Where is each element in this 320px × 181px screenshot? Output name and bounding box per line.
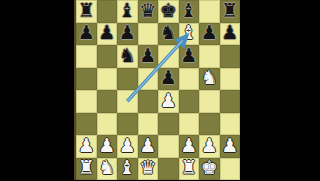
square-c1[interactable]: ♝ [117, 158, 138, 181]
square-g3[interactable] [199, 113, 220, 136]
square-a7[interactable]: ♟ [76, 23, 97, 46]
black-pawn[interactable]: ♟ [221, 23, 238, 42]
square-b1[interactable]: ♞ [97, 158, 118, 181]
square-h2[interactable]: ♟ [220, 135, 241, 158]
square-g2[interactable]: ♟ [199, 135, 220, 158]
square-h3[interactable] [220, 113, 241, 136]
black-pawn[interactable]: ♟ [119, 23, 136, 42]
black-pawn[interactable]: ♟ [98, 23, 115, 42]
black-pawn[interactable]: ♟ [180, 46, 197, 65]
square-a6[interactable] [76, 45, 97, 68]
square-e1[interactable] [158, 158, 179, 181]
square-b8[interactable] [97, 0, 118, 23]
square-d3[interactable] [138, 113, 159, 136]
letterbox-left [0, 0, 74, 180]
square-f8[interactable]: ♝ [179, 0, 200, 23]
black-pawn[interactable]: ♟ [160, 68, 177, 87]
white-pawn[interactable]: ♟ [201, 136, 218, 155]
square-d6[interactable]: ♟ [138, 45, 159, 68]
square-d4[interactable] [138, 90, 159, 113]
square-g6[interactable] [199, 45, 220, 68]
white-pawn[interactable]: ♟ [160, 91, 177, 110]
white-knight[interactable]: ♞ [98, 158, 115, 177]
square-b6[interactable] [97, 45, 118, 68]
square-a1[interactable]: ♜ [76, 158, 97, 181]
black-bishop[interactable]: ♝ [119, 1, 136, 20]
black-pawn[interactable]: ♟ [139, 46, 156, 65]
black-knight[interactable]: ♞ [119, 46, 136, 65]
square-h1[interactable] [220, 158, 241, 181]
square-e2[interactable] [158, 135, 179, 158]
square-g1[interactable]: ♚ [199, 158, 220, 181]
square-b3[interactable] [97, 113, 118, 136]
white-rook[interactable]: ♜ [78, 158, 95, 177]
square-f7[interactable]: ♝ [179, 23, 200, 46]
square-d2[interactable]: ♟ [138, 135, 159, 158]
square-e8[interactable]: ♚ [158, 0, 179, 23]
square-d1[interactable]: ♛ [138, 158, 159, 181]
black-king[interactable]: ♚ [160, 1, 177, 20]
black-rook[interactable]: ♜ [78, 1, 95, 20]
square-g7[interactable]: ♟ [199, 23, 220, 46]
letterbox-right [240, 0, 320, 180]
square-e3[interactable] [158, 113, 179, 136]
white-bishop[interactable]: ♝ [180, 23, 197, 42]
white-knight[interactable]: ♞ [201, 68, 218, 87]
square-h5[interactable] [220, 68, 241, 91]
black-queen[interactable]: ♛ [139, 1, 156, 20]
square-b5[interactable] [97, 68, 118, 91]
white-king[interactable]: ♚ [201, 158, 218, 177]
square-c4[interactable] [117, 90, 138, 113]
video-frame: ♜♝♛♚♝♜♟♟♟♞♝♟♟♞♟♟♟♞♟♟♟♟♟♟♟♟♜♞♝♛♜♚ [0, 0, 320, 180]
square-g8[interactable] [199, 0, 220, 23]
square-c6[interactable]: ♞ [117, 45, 138, 68]
black-knight[interactable]: ♞ [160, 23, 177, 42]
white-pawn[interactable]: ♟ [180, 136, 197, 155]
square-c5[interactable] [117, 68, 138, 91]
square-f5[interactable] [179, 68, 200, 91]
square-c2[interactable]: ♟ [117, 135, 138, 158]
white-pawn[interactable]: ♟ [78, 136, 95, 155]
white-bishop[interactable]: ♝ [119, 158, 136, 177]
square-f3[interactable] [179, 113, 200, 136]
square-e5[interactable]: ♟ [158, 68, 179, 91]
black-pawn[interactable]: ♟ [201, 23, 218, 42]
square-b2[interactable]: ♟ [97, 135, 118, 158]
white-queen[interactable]: ♛ [139, 158, 156, 177]
square-b7[interactable]: ♟ [97, 23, 118, 46]
square-f1[interactable]: ♜ [179, 158, 200, 181]
square-e4[interactable]: ♟ [158, 90, 179, 113]
square-a5[interactable] [76, 68, 97, 91]
square-f6[interactable]: ♟ [179, 45, 200, 68]
square-a4[interactable] [76, 90, 97, 113]
square-a3[interactable] [76, 113, 97, 136]
square-c7[interactable]: ♟ [117, 23, 138, 46]
square-d7[interactable] [138, 23, 159, 46]
square-a2[interactable]: ♟ [76, 135, 97, 158]
black-bishop[interactable]: ♝ [180, 1, 197, 20]
square-c8[interactable]: ♝ [117, 0, 138, 23]
square-d5[interactable] [138, 68, 159, 91]
chess-board[interactable]: ♜♝♛♚♝♜♟♟♟♞♝♟♟♞♟♟♟♞♟♟♟♟♟♟♟♟♜♞♝♛♜♚ [76, 0, 240, 180]
white-rook[interactable]: ♜ [180, 158, 197, 177]
white-pawn[interactable]: ♟ [119, 136, 136, 155]
black-pawn[interactable]: ♟ [78, 23, 95, 42]
square-c3[interactable] [117, 113, 138, 136]
white-pawn[interactable]: ♟ [139, 136, 156, 155]
square-h6[interactable] [220, 45, 241, 68]
square-h7[interactable]: ♟ [220, 23, 241, 46]
square-h8[interactable]: ♜ [220, 0, 241, 23]
board-area: ♜♝♛♚♝♜♟♟♟♞♝♟♟♞♟♟♟♞♟♟♟♟♟♟♟♟♜♞♝♛♜♚ [74, 0, 240, 180]
square-e6[interactable] [158, 45, 179, 68]
white-pawn[interactable]: ♟ [98, 136, 115, 155]
square-f4[interactable] [179, 90, 200, 113]
square-g5[interactable]: ♞ [199, 68, 220, 91]
black-rook[interactable]: ♜ [221, 1, 238, 20]
square-b4[interactable] [97, 90, 118, 113]
white-pawn[interactable]: ♟ [221, 136, 238, 155]
square-h4[interactable] [220, 90, 241, 113]
square-a8[interactable]: ♜ [76, 0, 97, 23]
square-d8[interactable]: ♛ [138, 0, 159, 23]
square-f2[interactable]: ♟ [179, 135, 200, 158]
square-e7[interactable]: ♞ [158, 23, 179, 46]
square-g4[interactable] [199, 90, 220, 113]
